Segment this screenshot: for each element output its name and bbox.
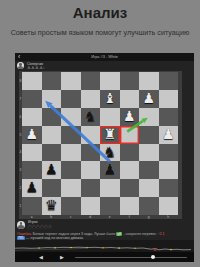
square-f7[interactable] [120,90,140,108]
square-g7[interactable]: ♟ [139,90,159,108]
square-d1[interactable] [81,197,101,215]
square-e5[interactable]: ♜ [100,126,120,144]
square-f4[interactable] [120,144,140,162]
square-h8[interactable] [159,72,179,90]
prev-move-button[interactable]: ◀ [39,252,43,262]
square-f1[interactable] [120,197,140,215]
game-title: Игра #3 - White [15,55,194,59]
square-c3[interactable] [61,161,81,179]
square-b4[interactable] [42,144,62,162]
square-a5[interactable]: ♟ [22,126,42,144]
bottom-player-row: Игрок ♟♟♟♟♞♝ [15,219,194,231]
square-e1[interactable] [100,197,120,215]
piece-black-queen-b1[interactable]: ♛ [42,197,62,215]
top-player-row: Соперник ♙♙♙♙▫ [15,61,194,71]
square-a2[interactable]: ♟ [22,179,42,197]
square-g6[interactable] [139,108,159,126]
bottom-player-avatar[interactable] [17,221,25,229]
square-h2[interactable] [159,179,179,197]
square-f8[interactable] [120,72,140,90]
piece-white-pawn-a5[interactable]: ♟ [22,126,42,144]
square-d2[interactable] [81,179,101,197]
piece-white-pawn-f6[interactable]: ♟ [120,108,140,126]
square-e8[interactable] [100,72,120,90]
piece-white-pawn-g7[interactable]: ♟ [139,90,159,108]
square-d3[interactable] [81,161,101,179]
square-g2[interactable] [139,179,159,197]
analysis-text-segment: −2.1 [157,232,164,236]
evaluation-graph[interactable] [15,240,194,252]
square-d4[interactable] [81,144,101,162]
piece-black-pawn-e3[interactable]: ♟ [100,161,120,179]
square-h6[interactable] [159,108,179,126]
square-a1[interactable] [22,197,42,215]
move-slider-track[interactable] [75,257,187,258]
page-title: Анализ [0,4,200,21]
square-h4[interactable] [159,144,179,162]
square-c8[interactable] [61,72,81,90]
chess-board: 87654321 abcdefgh ♝♟♞♟♟♜♟♞♟♟♟♛ [19,71,182,219]
square-g3[interactable] [139,161,159,179]
analysis-text-segment: Белые теряют ладью через 3 хода. Лучше б… [32,232,117,236]
square-h3[interactable] [159,161,179,179]
square-c1[interactable] [61,197,81,215]
square-g1[interactable] [139,197,159,215]
square-f3[interactable] [120,161,140,179]
square-e6[interactable] [100,108,120,126]
square-c5[interactable] [61,126,81,144]
next-move-button[interactable]: ▶ [60,252,64,262]
piece-black-pawn-b3[interactable]: ♟ [42,161,62,179]
top-player-avatar[interactable] [17,62,24,69]
square-d6[interactable]: ♞ [81,108,101,126]
move-slider-knob[interactable] [151,255,155,259]
square-d8[interactable] [81,72,101,90]
square-e7[interactable]: ♝ [100,90,120,108]
square-d7[interactable] [81,90,101,108]
square-h7[interactable] [159,90,179,108]
piece-white-pawn-h5[interactable]: ♟ [159,126,179,144]
square-b2[interactable] [42,179,62,197]
piece-black-pawn-a2[interactable]: ♟ [22,179,42,197]
square-a8[interactable] [22,72,42,90]
app-screenshot-panel: ‹ Игра #3 - White Соперник ♙♙♙♙▫ 8765432… [15,53,194,262]
square-f5[interactable] [120,126,140,144]
board-squares: ♝♟♞♟♟♜♟♞♟♟♟♛ [22,72,178,215]
square-f6[interactable]: ♟ [120,108,140,126]
square-a4[interactable] [22,144,42,162]
square-d5[interactable] [81,126,101,144]
app-header: ‹ Игра #3 - White [15,53,194,61]
square-c7[interactable] [61,90,81,108]
square-g4[interactable] [139,144,159,162]
analysis-text-segment: Ошибка. [17,232,32,236]
square-a3[interactable] [22,161,42,179]
piece-white-bishop-e7[interactable]: ♝ [100,90,120,108]
square-e2[interactable] [100,179,120,197]
bottom-player-captured-pieces: ♟♟♟♟♞♝ [28,224,52,229]
square-c6[interactable] [61,108,81,126]
square-e4[interactable]: ♞ [100,144,120,162]
piece-black-knight-e4[interactable]: ♞ [100,144,120,162]
piece-white-rook-e5[interactable]: ♜ [100,126,120,144]
analysis-text-segment: , сохраняя перевес [122,232,157,236]
square-g5[interactable] [139,126,159,144]
square-b7[interactable] [42,90,62,108]
square-e3[interactable]: ♟ [100,161,120,179]
page-subtitle: Советы простым языком помогут улучшить с… [0,28,200,37]
square-g8[interactable] [139,72,159,90]
square-b8[interactable] [42,72,62,90]
square-c4[interactable] [61,144,81,162]
piece-black-knight-d6[interactable]: ♞ [81,108,101,126]
square-b3[interactable]: ♟ [42,161,62,179]
square-b5[interactable] [42,126,62,144]
square-h5[interactable]: ♟ [159,126,179,144]
square-c2[interactable] [61,179,81,197]
top-player-captured-pieces: ♙♙♙♙▫ [27,65,45,70]
square-f2[interactable] [120,179,140,197]
square-h1[interactable] [159,197,179,215]
square-a6[interactable] [22,108,42,126]
square-a7[interactable] [22,90,42,108]
move-navigation-bar: ◀ ▶ [15,252,194,262]
square-b6[interactable] [42,108,62,126]
square-b1[interactable]: ♛ [42,197,62,215]
